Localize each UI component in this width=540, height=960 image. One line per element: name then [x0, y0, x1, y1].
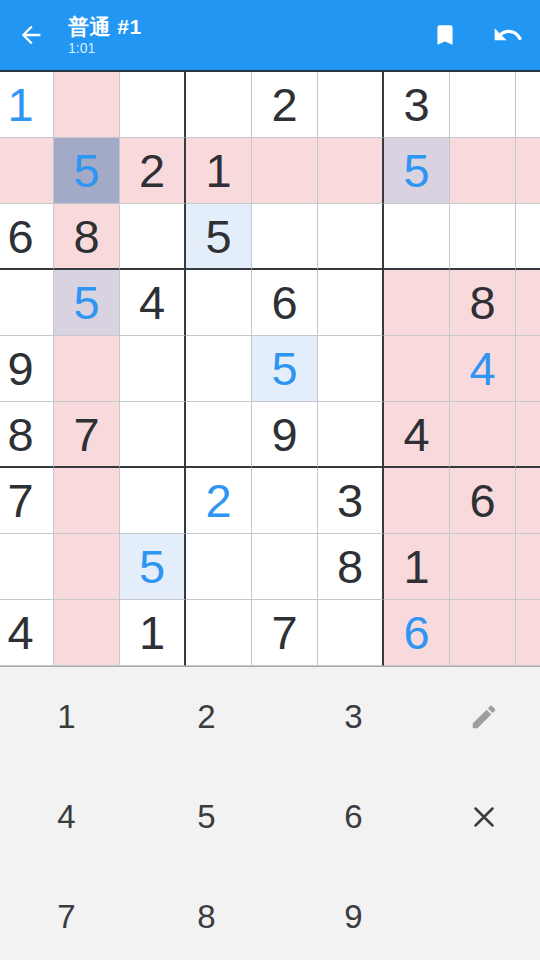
cell-r5c6[interactable] — [318, 336, 384, 402]
cell-r1c5[interactable]: 2 — [252, 72, 318, 138]
numpad-2[interactable]: 2 — [133, 667, 280, 767]
cell-r2c5[interactable] — [252, 138, 318, 204]
cell-r1c8[interactable] — [450, 72, 516, 138]
cell-r1c7[interactable]: 3 — [384, 72, 450, 138]
cell-r3c1[interactable]: 6 — [0, 204, 54, 270]
cell-r7c4[interactable]: 2 — [186, 468, 252, 534]
sudoku-app: 普通 #1 1:01 12352156855468954879472365814… — [0, 0, 540, 960]
cell-r4c3[interactable]: 4 — [120, 270, 186, 336]
cell-r1c4[interactable] — [186, 72, 252, 138]
cell-r6c6[interactable] — [318, 402, 384, 468]
cell-r5c4[interactable] — [186, 336, 252, 402]
cell-r3c9[interactable] — [516, 204, 540, 270]
cell-r3c4[interactable]: 5 — [186, 204, 252, 270]
numpad-7[interactable]: 7 — [0, 867, 133, 960]
cell-r9c4[interactable] — [186, 600, 252, 666]
app-bar: 普通 #1 1:01 — [0, 0, 540, 70]
cell-r2c2[interactable]: 5 — [54, 138, 120, 204]
bookmark-button[interactable] — [432, 22, 458, 48]
cell-r4c1[interactable] — [0, 270, 54, 336]
cell-r3c8[interactable] — [450, 204, 516, 270]
cell-r2c6[interactable] — [318, 138, 384, 204]
notes-button[interactable] — [427, 667, 540, 767]
cell-r9c1[interactable]: 4 — [0, 600, 54, 666]
cell-r9c5[interactable]: 7 — [252, 600, 318, 666]
cell-r2c3[interactable]: 2 — [120, 138, 186, 204]
title-block: 普通 #1 1:01 — [68, 14, 142, 57]
clear-icon — [469, 802, 499, 832]
cell-r7c5[interactable] — [252, 468, 318, 534]
cell-r4c9[interactable] — [516, 270, 540, 336]
cell-r2c1[interactable] — [0, 138, 54, 204]
undo-icon — [492, 19, 524, 51]
cell-r2c8[interactable] — [450, 138, 516, 204]
cell-r4c6[interactable] — [318, 270, 384, 336]
cell-r3c3[interactable] — [120, 204, 186, 270]
cell-r3c2[interactable]: 8 — [54, 204, 120, 270]
cell-r1c6[interactable] — [318, 72, 384, 138]
cell-r5c7[interactable] — [384, 336, 450, 402]
cell-r5c3[interactable] — [120, 336, 186, 402]
numpad-3[interactable]: 3 — [280, 667, 427, 767]
cell-r9c3[interactable]: 1 — [120, 600, 186, 666]
numpad-1[interactable]: 1 — [0, 667, 133, 767]
cell-r7c7[interactable] — [384, 468, 450, 534]
cell-r7c1[interactable]: 7 — [0, 468, 54, 534]
cell-r7c3[interactable] — [120, 468, 186, 534]
cell-r6c9[interactable] — [516, 402, 540, 468]
cell-r8c9[interactable] — [516, 534, 540, 600]
cell-r9c8[interactable] — [450, 600, 516, 666]
sudoku-board: 12352156855468954879472365814176 — [0, 72, 540, 666]
cell-r6c7[interactable]: 4 — [384, 402, 450, 468]
cell-r6c2[interactable]: 7 — [54, 402, 120, 468]
cell-r3c5[interactable] — [252, 204, 318, 270]
cell-r8c1[interactable] — [0, 534, 54, 600]
cell-r9c7[interactable]: 6 — [384, 600, 450, 666]
cell-r7c9[interactable] — [516, 468, 540, 534]
numpad-9[interactable]: 9 — [280, 867, 427, 960]
cell-r5c1[interactable]: 9 — [0, 336, 54, 402]
board-viewport: 12352156855468954879472365814176 — [0, 70, 540, 667]
undo-button[interactable] — [492, 19, 524, 51]
cell-r9c9[interactable] — [516, 600, 540, 666]
cell-r5c9[interactable] — [516, 336, 540, 402]
numpad-spacer — [427, 867, 540, 960]
numpad-6[interactable]: 6 — [280, 767, 427, 867]
cell-r1c2[interactable] — [54, 72, 120, 138]
cell-r8c4[interactable] — [186, 534, 252, 600]
cell-r3c6[interactable] — [318, 204, 384, 270]
cell-r1c3[interactable] — [120, 72, 186, 138]
cell-r5c5[interactable]: 5 — [252, 336, 318, 402]
cell-r5c8[interactable]: 4 — [450, 336, 516, 402]
number-pad: 1 2 3 4 5 6 7 8 9 — [0, 667, 540, 960]
timer: 1:01 — [68, 40, 142, 57]
puzzle-title: 普通 #1 — [68, 14, 142, 40]
cell-r7c6[interactable]: 3 — [318, 468, 384, 534]
bookmark-icon — [432, 22, 458, 48]
cell-r8c6[interactable]: 8 — [318, 534, 384, 600]
cell-r1c9[interactable] — [516, 72, 540, 138]
numpad-5[interactable]: 5 — [133, 767, 280, 867]
cell-r7c2[interactable] — [54, 468, 120, 534]
cell-r8c7[interactable]: 1 — [384, 534, 450, 600]
cell-r3c7[interactable] — [384, 204, 450, 270]
back-arrow-icon — [17, 21, 45, 49]
erase-button[interactable] — [427, 767, 540, 867]
back-button[interactable] — [16, 20, 46, 50]
cell-r1c1[interactable]: 1 — [0, 72, 54, 138]
cell-r5c2[interactable] — [54, 336, 120, 402]
cell-r6c4[interactable] — [186, 402, 252, 468]
cell-r7c8[interactable]: 6 — [450, 468, 516, 534]
cell-r6c1[interactable]: 8 — [0, 402, 54, 468]
cell-r8c3[interactable]: 5 — [120, 534, 186, 600]
cell-r4c7[interactable] — [384, 270, 450, 336]
pencil-icon — [469, 702, 499, 732]
cell-r9c2[interactable] — [54, 600, 120, 666]
cell-r4c4[interactable] — [186, 270, 252, 336]
cell-r4c2[interactable]: 5 — [54, 270, 120, 336]
cell-r4c5[interactable]: 6 — [252, 270, 318, 336]
cell-r4c8[interactable]: 8 — [450, 270, 516, 336]
cell-r9c6[interactable] — [318, 600, 384, 666]
numpad-8[interactable]: 8 — [133, 867, 280, 960]
cell-r2c9[interactable] — [516, 138, 540, 204]
cell-r6c3[interactable] — [120, 402, 186, 468]
cell-r6c5[interactable]: 9 — [252, 402, 318, 468]
cell-r2c4[interactable]: 1 — [186, 138, 252, 204]
numpad-4[interactable]: 4 — [0, 767, 133, 867]
cell-r6c8[interactable] — [450, 402, 516, 468]
cell-r8c5[interactable] — [252, 534, 318, 600]
cell-r8c8[interactable] — [450, 534, 516, 600]
cell-r8c2[interactable] — [54, 534, 120, 600]
cell-r2c7[interactable]: 5 — [384, 138, 450, 204]
